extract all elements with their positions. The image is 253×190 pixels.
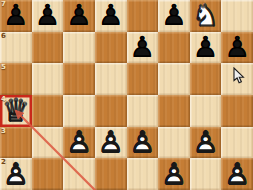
square-g6[interactable]: ♟♙ xyxy=(190,32,222,64)
square-a3[interactable]: 3 xyxy=(0,127,32,159)
square-c7[interactable]: ♟♙ xyxy=(63,0,95,32)
pawn-glyph-outline: ♙ xyxy=(158,0,190,32)
white-pawn[interactable]: ♟♙ xyxy=(127,127,159,159)
white-pawn[interactable]: ♟♙ xyxy=(221,158,253,190)
square-a6[interactable]: 6 xyxy=(0,32,32,64)
square-g2[interactable] xyxy=(190,158,222,190)
square-f3[interactable] xyxy=(158,127,190,159)
square-c4[interactable] xyxy=(63,95,95,127)
pawn-glyph-outline: ♙ xyxy=(158,158,190,190)
square-h7[interactable] xyxy=(221,0,253,32)
square-d5[interactable] xyxy=(95,63,127,95)
white-pawn[interactable]: ♟♙ xyxy=(190,127,222,159)
pawn-glyph-outline: ♙ xyxy=(95,127,127,159)
square-h6[interactable]: ♟♙ xyxy=(221,32,253,64)
black-pawn[interactable]: ♟♙ xyxy=(32,0,64,32)
white-pawn[interactable]: ♟♙ xyxy=(158,158,190,190)
pawn-glyph-outline: ♙ xyxy=(190,127,222,159)
square-h2[interactable]: ♟♙ xyxy=(221,158,253,190)
pawn-glyph-outline: ♙ xyxy=(221,32,253,64)
pawn-glyph-outline: ♙ xyxy=(32,0,64,32)
square-c2[interactable] xyxy=(63,158,95,190)
square-b2[interactable] xyxy=(32,158,64,190)
square-e5[interactable] xyxy=(127,63,159,95)
square-d7[interactable]: ♟♙ xyxy=(95,0,127,32)
square-f6[interactable] xyxy=(158,32,190,64)
square-g4[interactable] xyxy=(190,95,222,127)
knight-glyph-outline: ♘ xyxy=(190,0,222,32)
square-f4[interactable] xyxy=(158,95,190,127)
pawn-glyph-outline: ♙ xyxy=(127,32,159,64)
square-a2[interactable]: 2♟♙ xyxy=(0,158,32,190)
square-h5[interactable] xyxy=(221,63,253,95)
square-a7[interactable]: 7♟♙ xyxy=(0,0,32,32)
black-pawn[interactable]: ♟♙ xyxy=(127,32,159,64)
pawn-glyph-outline: ♙ xyxy=(190,32,222,64)
pawn-glyph-outline: ♙ xyxy=(95,0,127,32)
square-d6[interactable] xyxy=(95,32,127,64)
square-e2[interactable] xyxy=(127,158,159,190)
pawn-glyph-outline: ♙ xyxy=(127,127,159,159)
chess-board: 7♟♙♟♙♟♙♟♙♟♙♞♘6♟♙♟♙♟♙54♛♕3♟♙♟♙♟♙♟♙2♟♙♟♙♟♙ xyxy=(0,0,253,190)
white-knight[interactable]: ♞♘ xyxy=(190,0,222,32)
square-c6[interactable] xyxy=(63,32,95,64)
black-pawn[interactable]: ♟♙ xyxy=(63,0,95,32)
square-a5[interactable]: 5 xyxy=(0,63,32,95)
square-g5[interactable] xyxy=(190,63,222,95)
black-pawn[interactable]: ♟♙ xyxy=(95,0,127,32)
rank-label-4: 4 xyxy=(1,95,6,103)
chess-app-window: 7♟♙♟♙♟♙♟♙♟♙♞♘6♟♙♟♙♟♙54♛♕3♟♙♟♙♟♙♟♙2♟♙♟♙♟♙ xyxy=(0,0,253,190)
square-e4[interactable] xyxy=(127,95,159,127)
square-b7[interactable]: ♟♙ xyxy=(32,0,64,32)
rank-label-3: 3 xyxy=(1,127,6,135)
square-a4[interactable]: 4♛♕ xyxy=(0,95,32,127)
square-b5[interactable] xyxy=(32,63,64,95)
square-c5[interactable] xyxy=(63,63,95,95)
rank-label-2: 2 xyxy=(1,158,6,166)
square-e6[interactable]: ♟♙ xyxy=(127,32,159,64)
pawn-glyph-outline: ♙ xyxy=(63,0,95,32)
square-f5[interactable] xyxy=(158,63,190,95)
square-d3[interactable]: ♟♙ xyxy=(95,127,127,159)
pawn-glyph-outline: ♙ xyxy=(221,158,253,190)
rank-label-5: 5 xyxy=(1,63,6,71)
square-b4[interactable] xyxy=(32,95,64,127)
square-e7[interactable] xyxy=(127,0,159,32)
square-f7[interactable]: ♟♙ xyxy=(158,0,190,32)
black-pawn[interactable]: ♟♙ xyxy=(221,32,253,64)
square-g7[interactable]: ♞♘ xyxy=(190,0,222,32)
square-f2[interactable]: ♟♙ xyxy=(158,158,190,190)
rank-label-7: 7 xyxy=(1,0,6,8)
white-pawn[interactable]: ♟♙ xyxy=(63,127,95,159)
square-g3[interactable]: ♟♙ xyxy=(190,127,222,159)
square-c3[interactable]: ♟♙ xyxy=(63,127,95,159)
square-h4[interactable] xyxy=(221,95,253,127)
square-d4[interactable] xyxy=(95,95,127,127)
pawn-glyph-outline: ♙ xyxy=(63,127,95,159)
black-pawn[interactable]: ♟♙ xyxy=(158,0,190,32)
square-e3[interactable]: ♟♙ xyxy=(127,127,159,159)
square-d2[interactable] xyxy=(95,158,127,190)
square-b6[interactable] xyxy=(32,32,64,64)
rank-label-6: 6 xyxy=(1,32,6,40)
black-pawn[interactable]: ♟♙ xyxy=(190,32,222,64)
white-pawn[interactable]: ♟♙ xyxy=(95,127,127,159)
square-h3[interactable] xyxy=(221,127,253,159)
square-b3[interactable] xyxy=(32,127,64,159)
